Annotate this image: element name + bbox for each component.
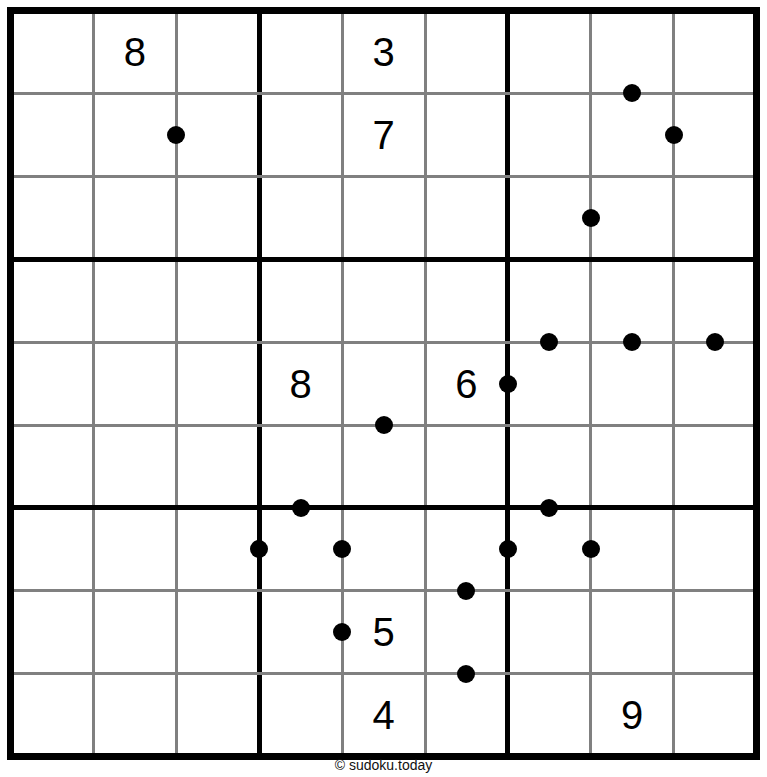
cell-r2c9 [674, 93, 757, 176]
given-digit-r2c5: 7 [342, 93, 425, 176]
cell-r4c2 [93, 259, 176, 342]
cell-r7c4 [259, 508, 342, 591]
kropki-dot-right-r3c7 [582, 209, 600, 227]
cell-r8c3 [176, 591, 259, 674]
cell-r9c1 [11, 674, 94, 757]
kropki-dot-right-r2c8 [665, 126, 683, 144]
cell-r7c6 [425, 508, 508, 591]
cell-r1c1 [11, 11, 94, 94]
kropki-dot-down-r4c7 [540, 333, 558, 351]
cell-r5c5 [342, 342, 425, 425]
kropki-dot-right-r7c4 [333, 540, 351, 558]
cell-r3c4 [259, 176, 342, 259]
cell-r4c9 [674, 259, 757, 342]
cell-r6c8 [591, 425, 674, 508]
cell-r4c5 [342, 259, 425, 342]
cell-r7c9 [674, 508, 757, 591]
cell-r8c4 [259, 591, 342, 674]
cell-r2c6 [425, 93, 508, 176]
cell-r6c3 [176, 425, 259, 508]
cell-r1c6 [425, 11, 508, 94]
cell-r1c8 [591, 11, 674, 94]
cell-r2c4 [259, 93, 342, 176]
kropki-dot-right-r7c7 [582, 540, 600, 558]
cell-r8c9 [674, 591, 757, 674]
kropki-dot-right-r7c3 [250, 540, 268, 558]
cell-r9c9 [674, 674, 757, 757]
cell-r7c8 [591, 508, 674, 591]
cell-r4c7 [508, 259, 591, 342]
cell-r1c4 [259, 11, 342, 94]
kropki-dot-down-r5c5 [375, 416, 393, 434]
cell-r1c3 [176, 11, 259, 94]
cell-r9c4 [259, 674, 342, 757]
kropki-dot-right-r8c4 [333, 623, 351, 641]
kropki-dot-right-r2c2 [167, 126, 185, 144]
given-digit-r8c5: 5 [342, 591, 425, 674]
cell-r8c7 [508, 591, 591, 674]
cell-r7c3 [176, 508, 259, 591]
cell-r9c3 [176, 674, 259, 757]
cell-r4c6 [425, 259, 508, 342]
cell-r2c3 [176, 93, 259, 176]
cell-r3c5 [342, 176, 425, 259]
kropki-dot-down-r6c4 [292, 499, 310, 517]
kropki-dot-right-r7c6 [499, 540, 517, 558]
cell-r7c5 [342, 508, 425, 591]
cell-r4c4 [259, 259, 342, 342]
cell-r4c3 [176, 259, 259, 342]
cell-r6c7 [508, 425, 591, 508]
cell-r5c9 [674, 342, 757, 425]
kropki-dot-down-r1c8 [623, 84, 641, 102]
cell-r8c2 [93, 591, 176, 674]
given-digit-r5c4: 8 [259, 342, 342, 425]
cell-r6c4 [259, 425, 342, 508]
cell-r1c9 [674, 11, 757, 94]
cell-r3c1 [11, 176, 94, 259]
cell-r5c7 [508, 342, 591, 425]
cell-r3c3 [176, 176, 259, 259]
credit-text: © sudoku.today [0, 757, 767, 773]
cell-r6c1 [11, 425, 94, 508]
cell-r8c6 [425, 591, 508, 674]
cell-r5c8 [591, 342, 674, 425]
cell-r2c8 [591, 93, 674, 176]
cell-r9c2 [93, 674, 176, 757]
cell-r5c2 [93, 342, 176, 425]
cell-r6c6 [425, 425, 508, 508]
cell-r6c9 [674, 425, 757, 508]
cell-r8c8 [591, 591, 674, 674]
cell-r3c2 [93, 176, 176, 259]
cell-r3c6 [425, 176, 508, 259]
given-digit-r1c2: 8 [93, 11, 176, 94]
cell-r3c9 [674, 176, 757, 259]
sudoku-board: 83786549 [0, 0, 767, 767]
cell-r7c2 [93, 508, 176, 591]
given-digit-r9c8: 9 [591, 674, 674, 757]
cell-r5c3 [176, 342, 259, 425]
cell-r3c8 [591, 176, 674, 259]
cell-r3c7 [508, 176, 591, 259]
kropki-dot-down-r7c6 [457, 582, 475, 600]
cell-r7c7 [508, 508, 591, 591]
given-digit-r5c6: 6 [425, 342, 508, 425]
kropki-dot-down-r8c6 [457, 665, 475, 683]
cell-r8c1 [11, 591, 94, 674]
cell-r4c1 [11, 259, 94, 342]
cell-r6c5 [342, 425, 425, 508]
given-digit-r9c5: 4 [342, 674, 425, 757]
kropki-dot-down-r4c8 [623, 333, 641, 351]
given-digit-r1c5: 3 [342, 11, 425, 94]
cell-r6c2 [93, 425, 176, 508]
sudoku-page: 83786549 © sudoku.today [0, 0, 767, 777]
cell-r1c7 [508, 11, 591, 94]
cell-r2c2 [93, 93, 176, 176]
cell-r9c7 [508, 674, 591, 757]
cell-r5c1 [11, 342, 94, 425]
kropki-dot-down-r6c7 [540, 499, 558, 517]
cell-r2c7 [508, 93, 591, 176]
kropki-dot-down-r4c9 [706, 333, 724, 351]
kropki-dot-right-r5c6 [499, 375, 517, 393]
cell-r4c8 [591, 259, 674, 342]
cell-r2c1 [11, 93, 94, 176]
cell-r7c1 [11, 508, 94, 591]
cell-r9c6 [425, 674, 508, 757]
